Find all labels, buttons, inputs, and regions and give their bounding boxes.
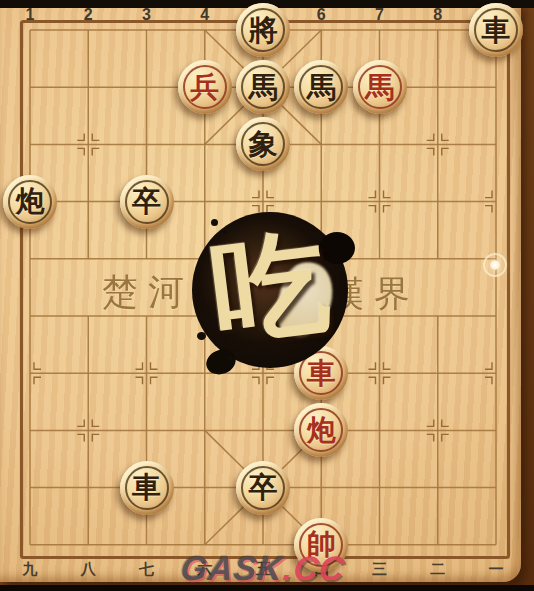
piece-glyph: 馬 xyxy=(307,73,336,102)
file-label-top: 8 xyxy=(433,7,442,23)
piece-black-cannon[interactable]: 炮 xyxy=(3,175,57,229)
piece-black-horse[interactable]: 馬 xyxy=(236,60,290,114)
piece-glyph: 炮 xyxy=(16,187,45,216)
piece-black-chariot[interactable]: 車 xyxy=(469,3,523,57)
file-label-bottom: 八 xyxy=(81,562,96,577)
watermark-main: GASK xyxy=(179,549,285,587)
file-label-top: 2 xyxy=(84,7,93,23)
piece-black-soldier[interactable]: 卒 xyxy=(236,461,290,515)
piece-red-soldier[interactable]: 兵 xyxy=(178,60,232,114)
piece-glyph: 馬 xyxy=(365,73,394,102)
file-label-bottom: 三 xyxy=(372,562,387,577)
piece-glyph: 將 xyxy=(249,16,278,45)
piece-glyph: 車 xyxy=(307,359,336,388)
file-label-top: 6 xyxy=(317,7,326,23)
piece-glyph: 車 xyxy=(132,473,161,502)
piece-red-horse[interactable]: 馬 xyxy=(353,60,407,114)
piece-glyph: 卒 xyxy=(249,473,278,502)
piece-black-soldier[interactable]: 卒 xyxy=(120,175,174,229)
piece-glyph: 象 xyxy=(249,130,278,159)
xiangqi-game-screen: 123456789 九八七六五四三二一 楚河 漢界 將車兵馬馬馬象炮卒車炮車卒帥… xyxy=(0,0,534,591)
piece-glyph: 兵 xyxy=(190,73,219,102)
file-label-top: 7 xyxy=(375,7,384,23)
file-label-top: 3 xyxy=(142,7,151,23)
watermark: GASK.CC xyxy=(179,551,346,585)
piece-glyph: 車 xyxy=(482,16,511,45)
river-text-right: 漢界 xyxy=(328,270,420,319)
file-label-top: 1 xyxy=(26,7,35,23)
file-label-bottom: 九 xyxy=(23,562,38,577)
piece-black-chariot[interactable]: 車 xyxy=(120,461,174,515)
file-label-bottom: 二 xyxy=(430,562,445,577)
river-text-left: 楚河 xyxy=(102,268,194,317)
file-label-bottom: 一 xyxy=(489,562,504,577)
piece-glyph: 炮 xyxy=(307,416,336,445)
piece-black-elephant[interactable]: 象 xyxy=(236,117,290,171)
file-label-bottom: 七 xyxy=(139,562,154,577)
file-label-top: 4 xyxy=(200,7,209,23)
watermark-suffix: .CC xyxy=(281,549,347,587)
piece-glyph: 馬 xyxy=(249,73,278,102)
piece-black-general[interactable]: 將 xyxy=(236,3,290,57)
piece-glyph: 卒 xyxy=(132,187,161,216)
